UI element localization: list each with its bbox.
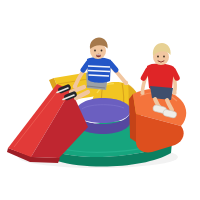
playset-scene	[0, 0, 200, 200]
product-photo	[0, 0, 200, 200]
